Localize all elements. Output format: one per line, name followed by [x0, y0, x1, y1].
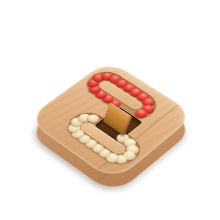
product-photo-canvas [0, 0, 220, 220]
puzzle-board[interactable] [26, 60, 196, 183]
